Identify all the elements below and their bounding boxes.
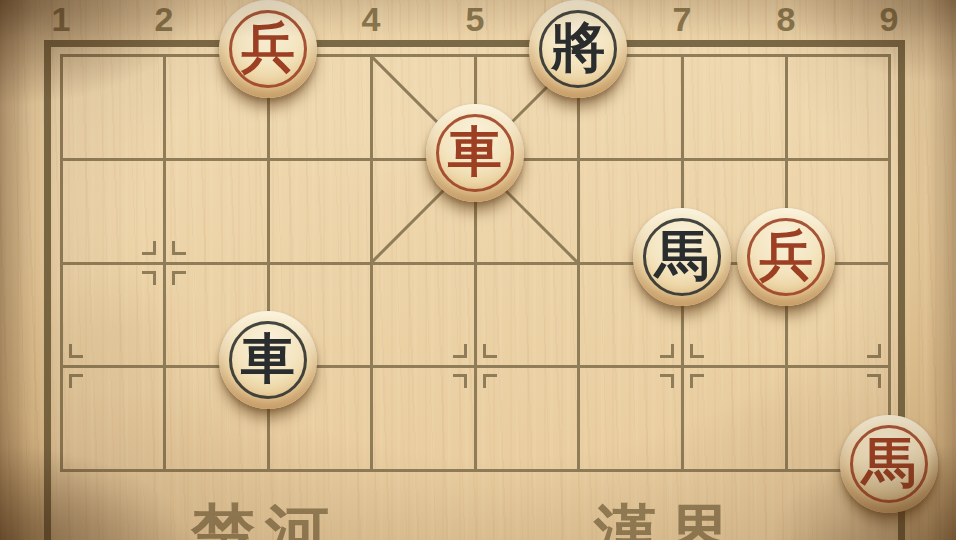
piece-black-chariot-f3r4[interactable]: 車 <box>219 311 317 409</box>
piece-red-chariot-f5r2[interactable]: 車 <box>426 104 524 202</box>
piece-glyph: 馬 <box>655 229 709 283</box>
piece-glyph: 車 <box>448 125 502 179</box>
piece-glyph: 兵 <box>241 21 295 75</box>
river-label-chu-he: 楚河 <box>191 503 339 540</box>
piece-red-horse-f9r5[interactable]: 馬 <box>840 415 938 513</box>
piece-red-soldier-f8r3[interactable]: 兵 <box>737 208 835 306</box>
piece-black-general-f6r1[interactable]: 將 <box>529 0 627 98</box>
column-label-2: 2 <box>155 1 174 37</box>
piece-glyph: 車 <box>241 332 295 386</box>
column-label-8: 8 <box>777 1 796 37</box>
piece-glyph: 將 <box>551 21 605 75</box>
piece-red-soldier-f3r1[interactable]: 兵 <box>219 0 317 98</box>
column-label-9: 9 <box>880 1 899 37</box>
river-label-han-jie: 漢界 <box>594 503 742 540</box>
piece-glyph: 兵 <box>759 229 813 283</box>
piece-glyph: 馬 <box>862 436 916 490</box>
column-label-1: 1 <box>52 1 71 37</box>
piece-black-horse-f7r3[interactable]: 馬 <box>633 208 731 306</box>
column-label-5: 5 <box>466 1 485 37</box>
column-label-7: 7 <box>673 1 692 37</box>
xiangqi-board[interactable]: 1 2 3 4 5 6 7 8 9 楚河 漢界 兵 將 車 馬 兵 車 馬 <box>0 0 956 540</box>
column-label-4: 4 <box>362 1 381 37</box>
